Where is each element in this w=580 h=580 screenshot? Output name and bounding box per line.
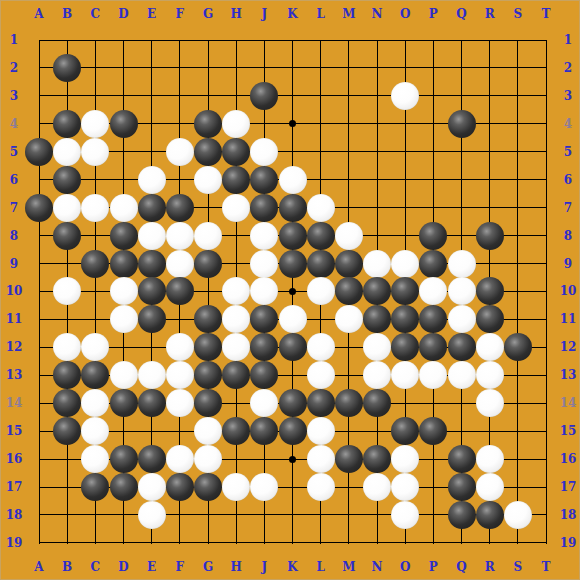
stone-white[interactable] [391,250,419,278]
stone-white[interactable] [476,361,504,389]
stone-white[interactable] [250,473,278,501]
stone-black[interactable] [448,473,476,501]
stone-black[interactable] [307,250,335,278]
stone-white[interactable] [448,305,476,333]
stone-white[interactable] [250,222,278,250]
column-label-top: T [537,7,555,21]
stone-white[interactable] [222,333,250,361]
stone-white[interactable] [419,277,447,305]
stone-white[interactable] [448,361,476,389]
row-label-right: 7 [557,201,579,215]
stone-white[interactable] [81,138,109,166]
stone-white[interactable] [53,194,81,222]
stone-black[interactable] [194,333,222,361]
column-label-bottom: C [86,560,104,574]
column-label-bottom: P [424,560,442,574]
stone-black[interactable] [194,110,222,138]
stone-black[interactable] [222,166,250,194]
stone-white[interactable] [81,417,109,445]
stone-black[interactable] [53,54,81,82]
column-label-bottom: M [340,560,358,574]
stone-black[interactable] [53,110,81,138]
row-label-right: 16 [557,452,579,466]
row-label-left: 1 [3,33,25,47]
stone-black[interactable] [250,417,278,445]
stone-white[interactable] [363,361,391,389]
stone-black[interactable] [53,166,81,194]
stone-white[interactable] [279,166,307,194]
row-label-left: 12 [3,340,25,354]
row-label-right: 14 [557,396,579,410]
stone-black[interactable] [53,389,81,417]
stone-black[interactable] [335,277,363,305]
stone-black[interactable] [250,82,278,110]
stone-black[interactable] [110,445,138,473]
stone-white[interactable] [307,194,335,222]
column-label-top: C [86,7,104,21]
stone-white[interactable] [307,361,335,389]
stone-black[interactable] [250,194,278,222]
stone-white[interactable] [81,389,109,417]
stone-white[interactable] [166,389,194,417]
column-label-top: A [30,7,48,21]
stone-white[interactable] [222,110,250,138]
row-label-left: 14 [3,396,25,410]
column-label-top: N [368,7,386,21]
stone-black[interactable] [279,389,307,417]
stone-white[interactable] [194,166,222,194]
column-label-top: D [115,7,133,21]
stone-white[interactable] [53,277,81,305]
stone-black[interactable] [419,417,447,445]
column-label-top: B [58,7,76,21]
stone-black[interactable] [391,305,419,333]
stone-black[interactable] [222,361,250,389]
stone-white[interactable] [504,501,532,529]
stone-black[interactable] [194,305,222,333]
column-label-top: F [171,7,189,21]
stone-black[interactable] [194,361,222,389]
stone-black[interactable] [53,417,81,445]
stone-black[interactable] [138,445,166,473]
column-label-top: K [284,7,302,21]
stone-white[interactable] [194,417,222,445]
stone-black[interactable] [335,445,363,473]
row-label-left: 3 [3,89,25,103]
stone-black[interactable] [391,277,419,305]
stone-black[interactable] [419,305,447,333]
stone-black[interactable] [391,333,419,361]
grid-hline [39,151,547,152]
stone-white[interactable] [391,445,419,473]
column-label-top: P [424,7,442,21]
stone-black[interactable] [53,222,81,250]
stone-black[interactable] [250,333,278,361]
row-label-right: 6 [557,173,579,187]
row-label-left: 8 [3,229,25,243]
stone-black[interactable] [110,389,138,417]
stone-white[interactable] [166,333,194,361]
stone-white[interactable] [166,222,194,250]
stone-white[interactable] [222,473,250,501]
row-label-right: 10 [557,284,579,298]
column-label-top: O [396,7,414,21]
stone-white[interactable] [307,473,335,501]
stone-black[interactable] [419,333,447,361]
row-label-right: 8 [557,229,579,243]
stone-white[interactable] [81,110,109,138]
stone-black[interactable] [138,250,166,278]
stone-white[interactable] [222,305,250,333]
stone-black[interactable] [110,250,138,278]
stone-black[interactable] [138,277,166,305]
stone-black[interactable] [250,166,278,194]
stone-white[interactable] [138,501,166,529]
star-point[interactable] [289,288,296,295]
row-label-left: 7 [3,201,25,215]
row-label-left: 4 [3,117,25,131]
stone-white[interactable] [166,138,194,166]
star-point[interactable] [289,456,296,463]
column-label-top: L [312,7,330,21]
stone-white[interactable] [194,445,222,473]
stone-black[interactable] [476,277,504,305]
stone-white[interactable] [419,361,447,389]
stone-black[interactable] [504,333,532,361]
stone-white[interactable] [110,361,138,389]
stone-white[interactable] [194,222,222,250]
stone-white[interactable] [250,389,278,417]
stone-white[interactable] [391,501,419,529]
grid-hline [39,40,547,41]
column-label-top: E [143,7,161,21]
stone-white[interactable] [476,473,504,501]
stone-white[interactable] [138,166,166,194]
stone-black[interactable] [448,333,476,361]
row-label-left: 16 [3,452,25,466]
go-board: AABBCCDDEEFFGGHHJJKKLLMMNNOOPPQQRRSSTT11… [0,0,580,580]
stone-black[interactable] [166,277,194,305]
stone-white[interactable] [53,138,81,166]
column-label-bottom: N [368,560,386,574]
column-label-bottom: B [58,560,76,574]
row-label-right: 17 [557,480,579,494]
row-label-right: 13 [557,368,579,382]
row-label-left: 5 [3,145,25,159]
row-label-left: 18 [3,508,25,522]
stone-black[interactable] [279,250,307,278]
row-label-left: 11 [3,312,25,326]
row-label-left: 6 [3,173,25,187]
stone-white[interactable] [81,194,109,222]
stone-black[interactable] [279,417,307,445]
stone-white[interactable] [391,82,419,110]
column-label-bottom: S [509,560,527,574]
stone-white[interactable] [476,333,504,361]
row-label-right: 19 [557,536,579,550]
row-label-right: 15 [557,424,579,438]
stone-black[interactable] [138,194,166,222]
stone-black[interactable] [419,250,447,278]
stone-black[interactable] [110,473,138,501]
stone-black[interactable] [194,389,222,417]
stone-black[interactable] [448,445,476,473]
column-label-bottom: E [143,560,161,574]
stone-black[interactable] [476,305,504,333]
column-label-bottom: D [115,560,133,574]
column-label-bottom: H [227,560,245,574]
stone-white[interactable] [448,250,476,278]
grid-hline [39,67,547,68]
row-label-left: 13 [3,368,25,382]
column-label-bottom: Q [453,560,471,574]
row-label-left: 10 [3,284,25,298]
row-label-left: 2 [3,61,25,75]
stone-black[interactable] [81,361,109,389]
stone-black[interactable] [279,194,307,222]
stone-white[interactable] [53,333,81,361]
column-label-top: S [509,7,527,21]
stone-black[interactable] [110,222,138,250]
stone-black[interactable] [279,333,307,361]
stone-black[interactable] [335,389,363,417]
column-label-bottom: F [171,560,189,574]
stone-white[interactable] [307,333,335,361]
stone-white[interactable] [476,445,504,473]
stone-black[interactable] [335,250,363,278]
star-point[interactable] [289,120,296,127]
stone-white[interactable] [335,222,363,250]
grid-vline [517,40,518,544]
stone-white[interactable] [138,222,166,250]
column-label-top: H [227,7,245,21]
stone-white[interactable] [138,473,166,501]
stone-black[interactable] [476,501,504,529]
stone-white[interactable] [279,305,307,333]
row-label-right: 3 [557,89,579,103]
stone-white[interactable] [363,333,391,361]
grid-vline [546,40,547,544]
stone-white[interactable] [166,361,194,389]
stone-black[interactable] [194,138,222,166]
stone-black[interactable] [138,305,166,333]
stone-white[interactable] [110,194,138,222]
stone-white[interactable] [222,277,250,305]
stone-white[interactable] [307,445,335,473]
row-label-right: 1 [557,33,579,47]
stone-black[interactable] [476,222,504,250]
row-label-left: 15 [3,424,25,438]
column-label-top: G [199,7,217,21]
stone-white[interactable] [307,277,335,305]
stone-white[interactable] [391,473,419,501]
stone-white[interactable] [476,389,504,417]
row-label-right: 4 [557,117,579,131]
stone-white[interactable] [110,305,138,333]
stone-black[interactable] [250,361,278,389]
stone-white[interactable] [250,250,278,278]
column-label-top: Q [453,7,471,21]
grid-hline [39,542,547,543]
column-label-bottom: L [312,560,330,574]
row-label-right: 12 [557,340,579,354]
stone-white[interactable] [166,445,194,473]
column-label-top: J [255,7,273,21]
grid-hline [39,95,547,96]
stone-black[interactable] [81,473,109,501]
column-label-bottom: G [199,560,217,574]
stone-black[interactable] [53,361,81,389]
stone-white[interactable] [222,194,250,222]
stone-white[interactable] [166,250,194,278]
stone-black[interactable] [391,417,419,445]
column-label-bottom: K [284,560,302,574]
stone-black[interactable] [194,250,222,278]
stone-white[interactable] [250,277,278,305]
stone-black[interactable] [307,222,335,250]
stone-white[interactable] [110,277,138,305]
column-label-bottom: T [537,560,555,574]
stone-black[interactable] [419,222,447,250]
stone-black[interactable] [448,110,476,138]
row-label-right: 18 [557,508,579,522]
stone-black[interactable] [448,501,476,529]
column-label-bottom: A [30,560,48,574]
stone-black[interactable] [25,138,53,166]
stone-black[interactable] [166,473,194,501]
stone-white[interactable] [448,277,476,305]
row-label-right: 2 [557,61,579,75]
stone-black[interactable] [279,222,307,250]
column-label-bottom: R [481,560,499,574]
stone-black[interactable] [138,389,166,417]
stone-black[interactable] [222,138,250,166]
stone-white[interactable] [363,250,391,278]
stone-white[interactable] [307,417,335,445]
column-label-top: R [481,7,499,21]
row-label-right: 11 [557,312,579,326]
row-label-left: 9 [3,257,25,271]
column-label-top: M [340,7,358,21]
stone-black[interactable] [81,250,109,278]
row-label-right: 9 [557,257,579,271]
row-label-right: 5 [557,145,579,159]
stone-white[interactable] [81,333,109,361]
row-label-left: 19 [3,536,25,550]
stone-white[interactable] [391,361,419,389]
stone-white[interactable] [138,361,166,389]
stone-black[interactable] [250,305,278,333]
stone-black[interactable] [222,417,250,445]
stone-black[interactable] [363,389,391,417]
row-label-left: 17 [3,480,25,494]
column-label-bottom: J [255,560,273,574]
stone-black[interactable] [25,194,53,222]
stone-black[interactable] [110,110,138,138]
stone-black[interactable] [363,305,391,333]
stone-white[interactable] [363,473,391,501]
stone-black[interactable] [194,473,222,501]
stone-white[interactable] [81,445,109,473]
stone-black[interactable] [363,277,391,305]
stone-black[interactable] [307,389,335,417]
stone-black[interactable] [363,445,391,473]
grid-vline [39,40,40,544]
stone-white[interactable] [335,305,363,333]
column-label-bottom: O [396,560,414,574]
stone-black[interactable] [166,194,194,222]
stone-white[interactable] [250,138,278,166]
